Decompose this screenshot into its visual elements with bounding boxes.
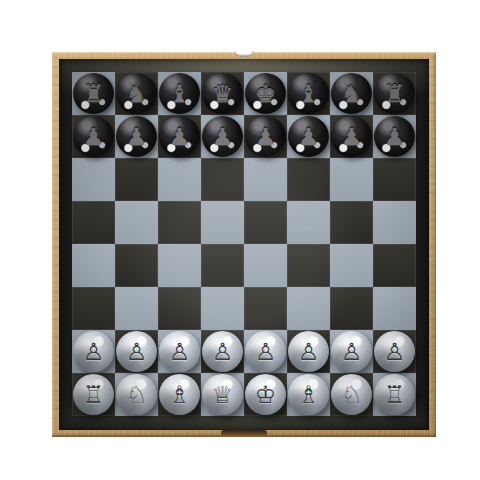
- piece-white-pawn[interactable]: ♙: [288, 331, 329, 372]
- square-d7[interactable]: ♟: [201, 115, 244, 158]
- square-g2[interactable]: ♙: [330, 330, 373, 373]
- piece-black-pawn[interactable]: ♟: [73, 116, 114, 157]
- square-d3[interactable]: [201, 287, 244, 330]
- piece-white-pawn[interactable]: ♙: [245, 331, 286, 372]
- square-h5[interactable]: [373, 201, 416, 244]
- piece-white-bishop[interactable]: ♗: [288, 374, 329, 415]
- square-h7[interactable]: ♟: [373, 115, 416, 158]
- square-d5[interactable]: [201, 201, 244, 244]
- square-c3[interactable]: [158, 287, 201, 330]
- piece-black-pawn[interactable]: ♟: [374, 116, 415, 157]
- square-e3[interactable]: [244, 287, 287, 330]
- piece-black-pawn[interactable]: ♟: [331, 116, 372, 157]
- square-d4[interactable]: [201, 244, 244, 287]
- square-b5[interactable]: [115, 201, 158, 244]
- board-panel: ♜♞♝♛♚♝♞♜♟♟♟♟♟♟♟♟♙♙♙♙♙♙♙♙♖♘♗♕♔♗♘♖: [59, 59, 429, 430]
- piece-black-queen[interactable]: ♛: [202, 73, 243, 114]
- square-d2[interactable]: ♙: [201, 330, 244, 373]
- piece-black-king[interactable]: ♚: [245, 73, 286, 114]
- square-c5[interactable]: [158, 201, 201, 244]
- piece-white-pawn[interactable]: ♙: [73, 331, 114, 372]
- product-photo-background: ♜♞♝♛♚♝♞♜♟♟♟♟♟♟♟♟♙♙♙♙♙♙♙♙♖♘♗♕♔♗♘♖: [0, 0, 480, 480]
- square-e2[interactable]: ♙: [244, 330, 287, 373]
- square-g8[interactable]: ♞: [330, 72, 373, 115]
- square-d6[interactable]: [201, 158, 244, 201]
- piece-white-rook[interactable]: ♖: [374, 374, 415, 415]
- piece-black-knight[interactable]: ♞: [116, 73, 157, 114]
- square-f4[interactable]: [287, 244, 330, 287]
- piece-white-pawn[interactable]: ♙: [374, 331, 415, 372]
- square-a4[interactable]: [72, 244, 115, 287]
- square-h8[interactable]: ♜: [373, 72, 416, 115]
- piece-black-bishop[interactable]: ♝: [159, 73, 200, 114]
- square-c8[interactable]: ♝: [158, 72, 201, 115]
- square-f1[interactable]: ♗: [287, 373, 330, 416]
- square-a5[interactable]: [72, 201, 115, 244]
- square-f6[interactable]: [287, 158, 330, 201]
- square-h3[interactable]: [373, 287, 416, 330]
- piece-black-bishop[interactable]: ♝: [288, 73, 329, 114]
- piece-black-rook[interactable]: ♜: [374, 73, 415, 114]
- piece-white-bishop[interactable]: ♗: [159, 374, 200, 415]
- square-h1[interactable]: ♖: [373, 373, 416, 416]
- piece-black-pawn[interactable]: ♟: [159, 116, 200, 157]
- square-g1[interactable]: ♘: [330, 373, 373, 416]
- square-b2[interactable]: ♙: [115, 330, 158, 373]
- square-a3[interactable]: [72, 287, 115, 330]
- piece-white-pawn[interactable]: ♙: [331, 331, 372, 372]
- square-e7[interactable]: ♟: [244, 115, 287, 158]
- square-f7[interactable]: ♟: [287, 115, 330, 158]
- square-h2[interactable]: ♙: [373, 330, 416, 373]
- square-d8[interactable]: ♛: [201, 72, 244, 115]
- square-f2[interactable]: ♙: [287, 330, 330, 373]
- piece-black-pawn[interactable]: ♟: [116, 116, 157, 157]
- hinge-notch-top: [234, 51, 254, 57]
- piece-white-queen[interactable]: ♕: [202, 374, 243, 415]
- piece-white-pawn[interactable]: ♙: [159, 331, 200, 372]
- chess-board: ♜♞♝♛♚♝♞♜♟♟♟♟♟♟♟♟♙♙♙♙♙♙♙♙♖♘♗♕♔♗♘♖: [72, 72, 416, 416]
- square-g5[interactable]: [330, 201, 373, 244]
- square-a7[interactable]: ♟: [72, 115, 115, 158]
- square-a6[interactable]: [72, 158, 115, 201]
- square-g6[interactable]: [330, 158, 373, 201]
- square-c2[interactable]: ♙: [158, 330, 201, 373]
- square-b1[interactable]: ♘: [115, 373, 158, 416]
- square-f5[interactable]: [287, 201, 330, 244]
- piece-white-knight[interactable]: ♘: [116, 374, 157, 415]
- square-a2[interactable]: ♙: [72, 330, 115, 373]
- square-h4[interactable]: [373, 244, 416, 287]
- square-e1[interactable]: ♔: [244, 373, 287, 416]
- square-c4[interactable]: [158, 244, 201, 287]
- square-c1[interactable]: ♗: [158, 373, 201, 416]
- piece-white-king[interactable]: ♔: [245, 374, 286, 415]
- square-a1[interactable]: ♖: [72, 373, 115, 416]
- square-f3[interactable]: [287, 287, 330, 330]
- square-b8[interactable]: ♞: [115, 72, 158, 115]
- square-e5[interactable]: [244, 201, 287, 244]
- piece-white-pawn[interactable]: ♙: [202, 331, 243, 372]
- square-b6[interactable]: [115, 158, 158, 201]
- piece-white-pawn[interactable]: ♙: [116, 331, 157, 372]
- square-a8[interactable]: ♜: [72, 72, 115, 115]
- piece-white-knight[interactable]: ♘: [331, 374, 372, 415]
- square-c7[interactable]: ♟: [158, 115, 201, 158]
- square-b3[interactable]: [115, 287, 158, 330]
- piece-black-pawn[interactable]: ♟: [288, 116, 329, 157]
- square-d1[interactable]: ♕: [201, 373, 244, 416]
- piece-black-rook[interactable]: ♜: [73, 73, 114, 114]
- piece-white-rook[interactable]: ♖: [73, 374, 114, 415]
- piece-black-pawn[interactable]: ♟: [202, 116, 243, 157]
- square-b4[interactable]: [115, 244, 158, 287]
- square-g7[interactable]: ♟: [330, 115, 373, 158]
- hinge-bottom: [221, 430, 267, 437]
- square-g3[interactable]: [330, 287, 373, 330]
- square-b7[interactable]: ♟: [115, 115, 158, 158]
- wooden-board-frame: ♜♞♝♛♚♝♞♜♟♟♟♟♟♟♟♟♙♙♙♙♙♙♙♙♖♘♗♕♔♗♘♖: [52, 52, 436, 437]
- square-g4[interactable]: [330, 244, 373, 287]
- square-c6[interactable]: [158, 158, 201, 201]
- square-e4[interactable]: [244, 244, 287, 287]
- piece-black-pawn[interactable]: ♟: [245, 116, 286, 157]
- square-e8[interactable]: ♚: [244, 72, 287, 115]
- square-e6[interactable]: [244, 158, 287, 201]
- piece-black-knight[interactable]: ♞: [331, 73, 372, 114]
- square-h6[interactable]: [373, 158, 416, 201]
- square-f8[interactable]: ♝: [287, 72, 330, 115]
